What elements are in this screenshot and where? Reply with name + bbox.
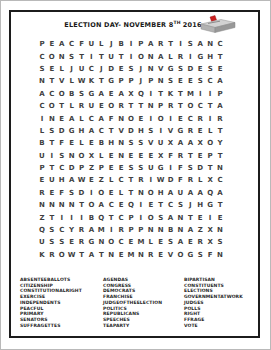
grid-cell[interactable]: Y xyxy=(67,224,77,236)
grid-cell[interactable]: K xyxy=(86,75,96,87)
grid-cell[interactable]: R xyxy=(156,38,166,50)
grid-cell[interactable]: A xyxy=(195,187,205,199)
grid-cell[interactable]: G xyxy=(176,125,186,137)
grid-cell[interactable]: N xyxy=(176,211,186,223)
grid-cell[interactable]: L xyxy=(77,112,87,124)
grid-cell[interactable]: I xyxy=(106,224,116,236)
grid-cell[interactable]: E xyxy=(106,162,116,174)
grid-cell[interactable]: I xyxy=(47,150,57,162)
grid-cell[interactable]: I xyxy=(126,38,136,50)
grid-cell[interactable]: E xyxy=(146,199,156,211)
grid-cell[interactable]: G xyxy=(86,88,96,100)
grid-cell[interactable]: E xyxy=(215,63,225,75)
grid-cell[interactable]: X xyxy=(86,150,96,162)
grid-cell[interactable]: S xyxy=(195,75,205,87)
grid-cell[interactable]: S xyxy=(126,63,136,75)
grid-cell[interactable]: A xyxy=(215,75,225,87)
grid-cell[interactable]: O xyxy=(86,199,96,211)
grid-cell[interactable]: X xyxy=(126,88,136,100)
grid-cell[interactable]: E xyxy=(47,63,57,75)
grid-cell[interactable]: P xyxy=(116,75,126,87)
grid-cell[interactable]: E xyxy=(106,88,116,100)
grid-cell[interactable]: O xyxy=(47,50,57,62)
grid-cell[interactable]: M xyxy=(136,236,146,248)
grid-cell[interactable]: Z xyxy=(37,211,47,223)
grid-cell[interactable]: T xyxy=(96,50,106,62)
grid-cell[interactable]: S xyxy=(37,63,47,75)
grid-cell[interactable]: L xyxy=(166,50,176,62)
grid-cell[interactable]: E xyxy=(146,150,156,162)
grid-cell[interactable]: I xyxy=(195,88,205,100)
grid-cell[interactable]: C xyxy=(86,112,96,124)
grid-cell[interactable]: E xyxy=(195,211,205,223)
grid-cell[interactable]: C xyxy=(116,211,126,223)
grid-cell[interactable]: T xyxy=(77,50,87,62)
grid-cell[interactable]: A xyxy=(185,224,195,236)
grid-cell[interactable]: E xyxy=(176,75,186,87)
grid-cell[interactable]: S xyxy=(146,125,156,137)
grid-cell[interactable]: A xyxy=(96,112,106,124)
grid-cell[interactable]: S xyxy=(136,162,146,174)
grid-cell[interactable]: R xyxy=(136,174,146,186)
grid-cell[interactable]: O xyxy=(156,112,166,124)
grid-cell[interactable]: N xyxy=(146,100,156,112)
grid-cell[interactable]: T xyxy=(77,199,87,211)
grid-cell[interactable]: I xyxy=(176,38,186,50)
grid-cell[interactable]: J xyxy=(185,199,195,211)
grid-cell[interactable]: N xyxy=(47,199,57,211)
grid-cell[interactable]: S xyxy=(47,236,57,248)
grid-cell[interactable]: P xyxy=(126,75,136,87)
grid-cell[interactable]: O xyxy=(205,137,215,149)
grid-cell[interactable]: W xyxy=(67,249,77,261)
grid-cell[interactable]: Q xyxy=(136,88,146,100)
grid-cell[interactable]: A xyxy=(195,38,205,50)
grid-cell[interactable]: O xyxy=(57,249,67,261)
grid-cell[interactable]: P xyxy=(96,162,106,174)
grid-cell[interactable]: S xyxy=(185,38,195,50)
grid-cell[interactable]: U xyxy=(37,236,47,248)
grid-cell[interactable]: C xyxy=(67,38,77,50)
grid-cell[interactable]: U xyxy=(146,162,156,174)
grid-cell[interactable]: N xyxy=(146,224,156,236)
grid-cell[interactable]: A xyxy=(86,125,96,137)
grid-cell[interactable]: P xyxy=(136,38,146,50)
grid-cell[interactable]: O xyxy=(96,187,106,199)
grid-cell[interactable]: D xyxy=(106,63,116,75)
grid-cell[interactable]: E xyxy=(136,150,146,162)
grid-cell[interactable]: L xyxy=(67,100,77,112)
grid-cell[interactable]: A xyxy=(185,137,195,149)
grid-cell[interactable]: G xyxy=(195,50,205,62)
grid-cell[interactable]: I xyxy=(67,211,77,223)
grid-cell[interactable]: B xyxy=(67,88,77,100)
grid-cell[interactable]: A xyxy=(57,38,67,50)
grid-cell[interactable]: C xyxy=(37,50,47,62)
grid-cell[interactable]: A xyxy=(86,224,96,236)
grid-cell[interactable]: A xyxy=(176,137,186,149)
grid-cell[interactable]: G xyxy=(166,63,176,75)
grid-cell[interactable]: H xyxy=(156,187,166,199)
grid-cell[interactable]: N xyxy=(116,112,126,124)
grid-cell[interactable]: H xyxy=(77,125,87,137)
grid-cell[interactable]: X xyxy=(205,174,215,186)
grid-cell[interactable]: G xyxy=(67,125,77,137)
grid-cell[interactable]: O xyxy=(106,236,116,248)
grid-cell[interactable]: L xyxy=(205,125,215,137)
grid-cell[interactable]: P xyxy=(146,75,156,87)
grid-cell[interactable]: G xyxy=(185,249,195,261)
grid-cell[interactable]: E xyxy=(86,137,96,149)
grid-cell[interactable]: A xyxy=(86,249,96,261)
grid-cell[interactable]: E xyxy=(106,150,116,162)
grid-cell[interactable]: N xyxy=(116,150,126,162)
grid-cell[interactable]: B xyxy=(166,224,176,236)
grid-cell[interactable]: U xyxy=(106,50,116,62)
grid-cell[interactable]: P xyxy=(215,88,225,100)
grid-cell[interactable]: N xyxy=(146,50,156,62)
grid-cell[interactable]: V xyxy=(116,125,126,137)
grid-cell[interactable]: L xyxy=(96,150,106,162)
grid-cell[interactable]: E xyxy=(136,112,146,124)
grid-cell[interactable]: E xyxy=(176,112,186,124)
grid-cell[interactable]: U xyxy=(77,63,87,75)
grid-cell[interactable]: C xyxy=(185,112,195,124)
grid-cell[interactable]: T xyxy=(215,125,225,137)
grid-cell[interactable]: S xyxy=(166,75,176,87)
grid-cell[interactable]: T xyxy=(47,137,57,149)
grid-cell[interactable]: R xyxy=(215,112,225,124)
grid-cell[interactable]: I xyxy=(205,211,215,223)
grid-cell[interactable]: F xyxy=(166,150,176,162)
grid-cell[interactable]: A xyxy=(67,112,77,124)
grid-cell[interactable]: T xyxy=(215,50,225,62)
grid-cell[interactable]: T xyxy=(176,100,186,112)
grid-cell[interactable]: S xyxy=(176,199,186,211)
grid-cell[interactable]: T xyxy=(205,162,215,174)
grid-cell[interactable]: U xyxy=(156,137,166,149)
grid-cell[interactable]: I xyxy=(146,88,156,100)
grid-cell[interactable]: T xyxy=(126,100,136,112)
grid-cell[interactable]: V xyxy=(146,137,156,149)
grid-cell[interactable]: R xyxy=(77,236,87,248)
grid-cell[interactable]: V xyxy=(166,125,176,137)
grid-cell[interactable]: N xyxy=(67,199,77,211)
grid-cell[interactable]: C xyxy=(57,162,67,174)
grid-cell[interactable]: D xyxy=(67,162,77,174)
grid-cell[interactable]: O xyxy=(106,100,116,112)
grid-cell[interactable]: U xyxy=(47,174,57,186)
grid-cell[interactable]: E xyxy=(67,236,77,248)
grid-cell[interactable]: E xyxy=(126,150,136,162)
grid-cell[interactable]: X xyxy=(156,150,166,162)
grid-cell[interactable]: S xyxy=(136,137,146,149)
grid-cell[interactable]: R xyxy=(176,50,186,62)
grid-cell[interactable]: V xyxy=(166,249,176,261)
grid-cell[interactable]: A xyxy=(166,187,176,199)
grid-cell[interactable]: G xyxy=(106,75,116,87)
grid-cell[interactable]: N xyxy=(67,150,77,162)
grid-cell[interactable]: B xyxy=(96,137,106,149)
grid-cell[interactable]: E xyxy=(116,63,126,75)
grid-cell[interactable]: A xyxy=(166,211,176,223)
grid-cell[interactable]: N xyxy=(215,249,225,261)
grid-cell[interactable]: J xyxy=(96,63,106,75)
grid-cell[interactable]: S xyxy=(47,125,57,137)
grid-cell[interactable]: P xyxy=(156,100,166,112)
grid-cell[interactable]: N xyxy=(57,50,67,62)
grid-cell[interactable]: U xyxy=(86,100,96,112)
grid-cell[interactable]: I xyxy=(185,50,195,62)
grid-cell[interactable]: N xyxy=(37,75,47,87)
grid-cell[interactable]: O xyxy=(185,100,195,112)
grid-cell[interactable]: L xyxy=(96,38,106,50)
grid-cell[interactable]: I xyxy=(136,211,146,223)
grid-cell[interactable]: T xyxy=(205,100,215,112)
grid-cell[interactable]: F xyxy=(77,38,87,50)
grid-cell[interactable]: C xyxy=(195,100,205,112)
grid-cell[interactable]: F xyxy=(205,249,215,261)
grid-cell[interactable]: R xyxy=(116,100,126,112)
grid-cell[interactable]: A xyxy=(37,88,47,100)
grid-cell[interactable]: T xyxy=(116,50,126,62)
grid-cell[interactable]: X xyxy=(195,137,205,149)
grid-cell[interactable]: E xyxy=(96,100,106,112)
grid-cell[interactable]: A xyxy=(156,50,166,62)
grid-cell[interactable]: D xyxy=(166,174,176,186)
grid-cell[interactable]: F xyxy=(176,174,186,186)
grid-cell[interactable]: E xyxy=(106,187,116,199)
grid-cell[interactable]: N xyxy=(215,224,225,236)
grid-cell[interactable]: S xyxy=(166,236,176,248)
grid-cell[interactable]: W xyxy=(77,75,87,87)
grid-cell[interactable]: I xyxy=(57,211,67,223)
grid-cell[interactable]: E xyxy=(126,236,136,248)
grid-cell[interactable]: T xyxy=(215,150,225,162)
grid-cell[interactable]: L xyxy=(146,236,156,248)
grid-cell[interactable]: S xyxy=(77,88,87,100)
grid-cell[interactable]: J xyxy=(136,63,146,75)
grid-cell[interactable]: G xyxy=(205,199,215,211)
grid-cell[interactable]: I xyxy=(136,199,146,211)
grid-cell[interactable]: C xyxy=(86,63,96,75)
grid-cell[interactable]: S xyxy=(126,137,136,149)
grid-cell[interactable]: E xyxy=(185,236,195,248)
grid-cell[interactable]: D xyxy=(126,125,136,137)
grid-cell[interactable]: Q xyxy=(37,224,47,236)
grid-cell[interactable]: O xyxy=(57,88,67,100)
grid-cell[interactable]: M xyxy=(126,249,136,261)
grid-cell[interactable]: P xyxy=(37,162,47,174)
grid-cell[interactable]: Y xyxy=(215,137,225,149)
grid-cell[interactable]: U xyxy=(86,38,96,50)
grid-cell[interactable]: F xyxy=(57,137,67,149)
grid-cell[interactable]: S xyxy=(176,63,186,75)
grid-cell[interactable]: S xyxy=(195,249,205,261)
grid-cell[interactable]: N xyxy=(215,162,225,174)
grid-cell[interactable]: D xyxy=(195,162,205,174)
grid-cell[interactable]: T xyxy=(96,75,106,87)
grid-cell[interactable]: A xyxy=(67,174,77,186)
grid-cell[interactable]: T xyxy=(106,125,116,137)
grid-cell[interactable]: L xyxy=(67,75,77,87)
grid-cell[interactable]: S xyxy=(67,50,77,62)
grid-cell[interactable]: A xyxy=(185,187,195,199)
grid-cell[interactable]: I xyxy=(86,50,96,62)
grid-cell[interactable]: C xyxy=(57,224,67,236)
grid-cell[interactable]: E xyxy=(116,199,126,211)
grid-cell[interactable]: R xyxy=(185,125,195,137)
grid-cell[interactable]: I xyxy=(205,88,215,100)
grid-cell[interactable]: B xyxy=(116,38,126,50)
grid-cell[interactable]: T xyxy=(77,249,87,261)
grid-cell[interactable]: T xyxy=(47,162,57,174)
grid-cell[interactable]: C xyxy=(96,125,106,137)
grid-cell[interactable]: N xyxy=(156,75,166,87)
grid-cell[interactable]: R xyxy=(195,112,205,124)
grid-cell[interactable]: K xyxy=(37,249,47,261)
grid-cell[interactable]: I xyxy=(86,187,96,199)
grid-cell[interactable]: P xyxy=(126,224,136,236)
grid-cell[interactable]: T xyxy=(47,211,57,223)
grid-cell[interactable]: O xyxy=(77,150,87,162)
grid-cell[interactable]: N xyxy=(136,249,146,261)
grid-cell[interactable]: R xyxy=(77,224,87,236)
grid-cell[interactable]: E xyxy=(195,150,205,162)
grid-cell[interactable]: R xyxy=(116,224,126,236)
grid-cell[interactable]: T xyxy=(166,38,176,50)
grid-cell[interactable]: O xyxy=(146,211,156,223)
grid-cell[interactable]: T xyxy=(47,75,57,87)
grid-cell[interactable]: Z xyxy=(96,174,106,186)
grid-cell[interactable]: O xyxy=(146,187,156,199)
grid-cell[interactable]: S xyxy=(57,236,67,248)
grid-cell[interactable]: W xyxy=(156,174,166,186)
grid-cell[interactable]: S xyxy=(126,162,136,174)
grid-cell[interactable]: N xyxy=(156,224,166,236)
grid-cell[interactable]: K xyxy=(166,88,176,100)
grid-cell[interactable]: N xyxy=(136,187,146,199)
grid-cell[interactable]: L xyxy=(77,137,87,149)
grid-cell[interactable]: R xyxy=(185,174,195,186)
grid-cell[interactable]: E xyxy=(195,63,205,75)
grid-cell[interactable]: E xyxy=(57,112,67,124)
grid-cell[interactable]: F xyxy=(176,162,186,174)
grid-cell[interactable]: T xyxy=(126,174,136,186)
grid-cell[interactable]: E xyxy=(67,137,77,149)
grid-cell[interactable]: A xyxy=(116,88,126,100)
grid-cell[interactable]: R xyxy=(176,150,186,162)
grid-cell[interactable]: S xyxy=(205,63,215,75)
grid-cell[interactable]: T xyxy=(185,150,195,162)
grid-cell[interactable]: S xyxy=(57,150,67,162)
grid-cell[interactable]: N xyxy=(176,224,186,236)
grid-cell[interactable]: C xyxy=(215,174,225,186)
grid-cell[interactable]: H xyxy=(205,50,215,62)
grid-cell[interactable]: O xyxy=(136,50,146,62)
grid-cell[interactable]: L xyxy=(116,187,126,199)
grid-cell[interactable]: H xyxy=(57,174,67,186)
grid-cell[interactable]: T xyxy=(57,100,67,112)
grid-cell[interactable]: T xyxy=(185,211,195,223)
grid-cell[interactable]: C xyxy=(205,75,215,87)
grid-cell[interactable]: O xyxy=(176,249,186,261)
grid-cell[interactable]: I xyxy=(156,125,166,137)
grid-cell[interactable]: X xyxy=(166,137,176,149)
grid-cell[interactable]: E xyxy=(215,211,225,223)
grid-cell[interactable]: J xyxy=(106,38,116,50)
grid-cell[interactable]: N xyxy=(146,63,156,75)
grid-cell[interactable]: E xyxy=(47,187,57,199)
grid-cell[interactable]: M xyxy=(96,224,106,236)
grid-cell[interactable]: S xyxy=(185,162,195,174)
grid-cell[interactable]: L xyxy=(195,174,205,186)
grid-cell[interactable]: R xyxy=(195,236,205,248)
grid-cell[interactable]: E xyxy=(185,75,195,87)
grid-cell[interactable]: O xyxy=(47,100,57,112)
grid-cell[interactable]: N xyxy=(96,236,106,248)
grid-cell[interactable]: S xyxy=(47,224,57,236)
grid-cell[interactable]: P xyxy=(205,150,215,162)
grid-cell[interactable]: A xyxy=(215,187,225,199)
grid-cell[interactable]: R xyxy=(166,100,176,112)
grid-cell[interactable]: U xyxy=(37,150,47,162)
grid-cell[interactable]: T xyxy=(106,211,116,223)
grid-cell[interactable]: E xyxy=(47,38,57,50)
grid-cell[interactable]: E xyxy=(116,249,126,261)
grid-cell[interactable]: W xyxy=(77,174,87,186)
grid-cell[interactable]: I xyxy=(166,112,176,124)
grid-cell[interactable]: R xyxy=(47,249,57,261)
grid-cell[interactable]: J xyxy=(136,75,146,87)
grid-cell[interactable]: B xyxy=(37,137,47,149)
grid-cell[interactable]: Q xyxy=(126,199,136,211)
grid-cell[interactable]: A xyxy=(176,236,186,248)
grid-cell[interactable]: D xyxy=(57,125,67,137)
grid-cell[interactable]: M xyxy=(185,88,195,100)
grid-cell[interactable]: N xyxy=(205,38,215,50)
grid-cell[interactable]: L xyxy=(106,174,116,186)
grid-cell[interactable]: L xyxy=(57,63,67,75)
grid-cell[interactable]: T xyxy=(156,88,166,100)
grid-cell[interactable]: F xyxy=(106,112,116,124)
grid-cell[interactable]: G xyxy=(156,162,166,174)
grid-cell[interactable]: T xyxy=(126,187,136,199)
grid-cell[interactable]: R xyxy=(37,187,47,199)
grid-cell[interactable]: Q xyxy=(96,211,106,223)
grid-cell[interactable]: P xyxy=(77,162,87,174)
grid-cell[interactable]: N xyxy=(47,112,57,124)
grid-cell[interactable]: B xyxy=(86,211,96,223)
grid-cell[interactable]: T xyxy=(215,199,225,211)
grid-cell[interactable]: E xyxy=(156,236,166,248)
grid-cell[interactable]: E xyxy=(156,249,166,261)
grid-cell[interactable]: S xyxy=(156,211,166,223)
grid-cell[interactable]: V xyxy=(57,75,67,87)
grid-cell[interactable]: O xyxy=(126,112,136,124)
grid-cell[interactable]: C xyxy=(215,38,225,50)
grid-cell[interactable]: C xyxy=(47,88,57,100)
grid-cell[interactable]: I xyxy=(146,174,156,186)
grid-cell[interactable]: I xyxy=(166,162,176,174)
grid-cell[interactable]: I xyxy=(205,112,215,124)
grid-cell[interactable]: R xyxy=(77,100,87,112)
grid-cell[interactable]: H xyxy=(136,125,146,137)
grid-cell[interactable]: Z xyxy=(195,224,205,236)
grid-cell[interactable]: R xyxy=(146,249,156,261)
grid-cell[interactable]: J xyxy=(67,63,77,75)
grid-cell[interactable]: V xyxy=(156,63,166,75)
